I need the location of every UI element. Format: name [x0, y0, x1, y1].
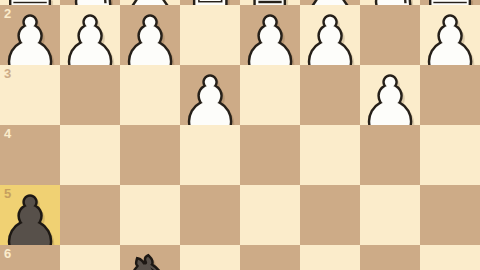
square-g4[interactable] — [60, 125, 120, 185]
square-a3[interactable] — [420, 65, 480, 125]
square-f6[interactable]: ♞ — [120, 245, 180, 270]
square-h5[interactable]: 5♟ — [0, 185, 60, 245]
square-c3[interactable] — [300, 65, 360, 125]
square-b6[interactable] — [360, 245, 420, 270]
square-h3[interactable]: 3 — [0, 65, 60, 125]
square-c4[interactable] — [300, 125, 360, 185]
square-e5[interactable] — [180, 185, 240, 245]
square-g5[interactable] — [60, 185, 120, 245]
square-e2[interactable] — [180, 5, 240, 65]
square-e4[interactable] — [180, 125, 240, 185]
rank-label-3: 3 — [4, 67, 11, 80]
square-c2[interactable]: ♟ — [300, 5, 360, 65]
square-c6[interactable] — [300, 245, 360, 270]
square-b3[interactable]: ♟ — [360, 65, 420, 125]
square-a5[interactable] — [420, 185, 480, 245]
square-h4[interactable]: 4 — [0, 125, 60, 185]
square-g6[interactable] — [60, 245, 120, 270]
piece-black-knight-f6[interactable]: ♞ — [120, 250, 179, 270]
square-d4[interactable] — [240, 125, 300, 185]
square-f5[interactable] — [120, 185, 180, 245]
square-d5[interactable] — [240, 185, 300, 245]
square-e6[interactable] — [180, 245, 240, 270]
square-a2[interactable]: ♟ — [420, 5, 480, 65]
square-h2[interactable]: 2♟ — [0, 5, 60, 65]
square-a4[interactable] — [420, 125, 480, 185]
square-d2[interactable]: ♟ — [240, 5, 300, 65]
square-b4[interactable] — [360, 125, 420, 185]
square-g2[interactable]: ♟ — [60, 5, 120, 65]
square-d6[interactable] — [240, 245, 300, 270]
square-b5[interactable] — [360, 185, 420, 245]
square-f4[interactable] — [120, 125, 180, 185]
square-c5[interactable] — [300, 185, 360, 245]
square-g3[interactable] — [60, 65, 120, 125]
rank-label-6: 6 — [4, 247, 11, 260]
square-b2[interactable] — [360, 5, 420, 65]
square-d3[interactable] — [240, 65, 300, 125]
chess-app-viewport: 1♜♞♝♚♛♝♞♜2♟♟♟♟♟♟3♟♟45♟6♞7♟♟♟♟♟♟♟8♜♝♚♛♝♞♜ — [0, 0, 480, 270]
square-f2[interactable]: ♟ — [120, 5, 180, 65]
chess-board: 1♜♞♝♚♛♝♞♜2♟♟♟♟♟♟3♟♟45♟6♞7♟♟♟♟♟♟♟8♜♝♚♛♝♞♜ — [0, 0, 480, 270]
square-a6[interactable] — [420, 245, 480, 270]
square-e3[interactable]: ♟ — [180, 65, 240, 125]
square-h6[interactable]: 6 — [0, 245, 60, 270]
rank-label-4: 4 — [4, 127, 11, 140]
square-f3[interactable] — [120, 65, 180, 125]
